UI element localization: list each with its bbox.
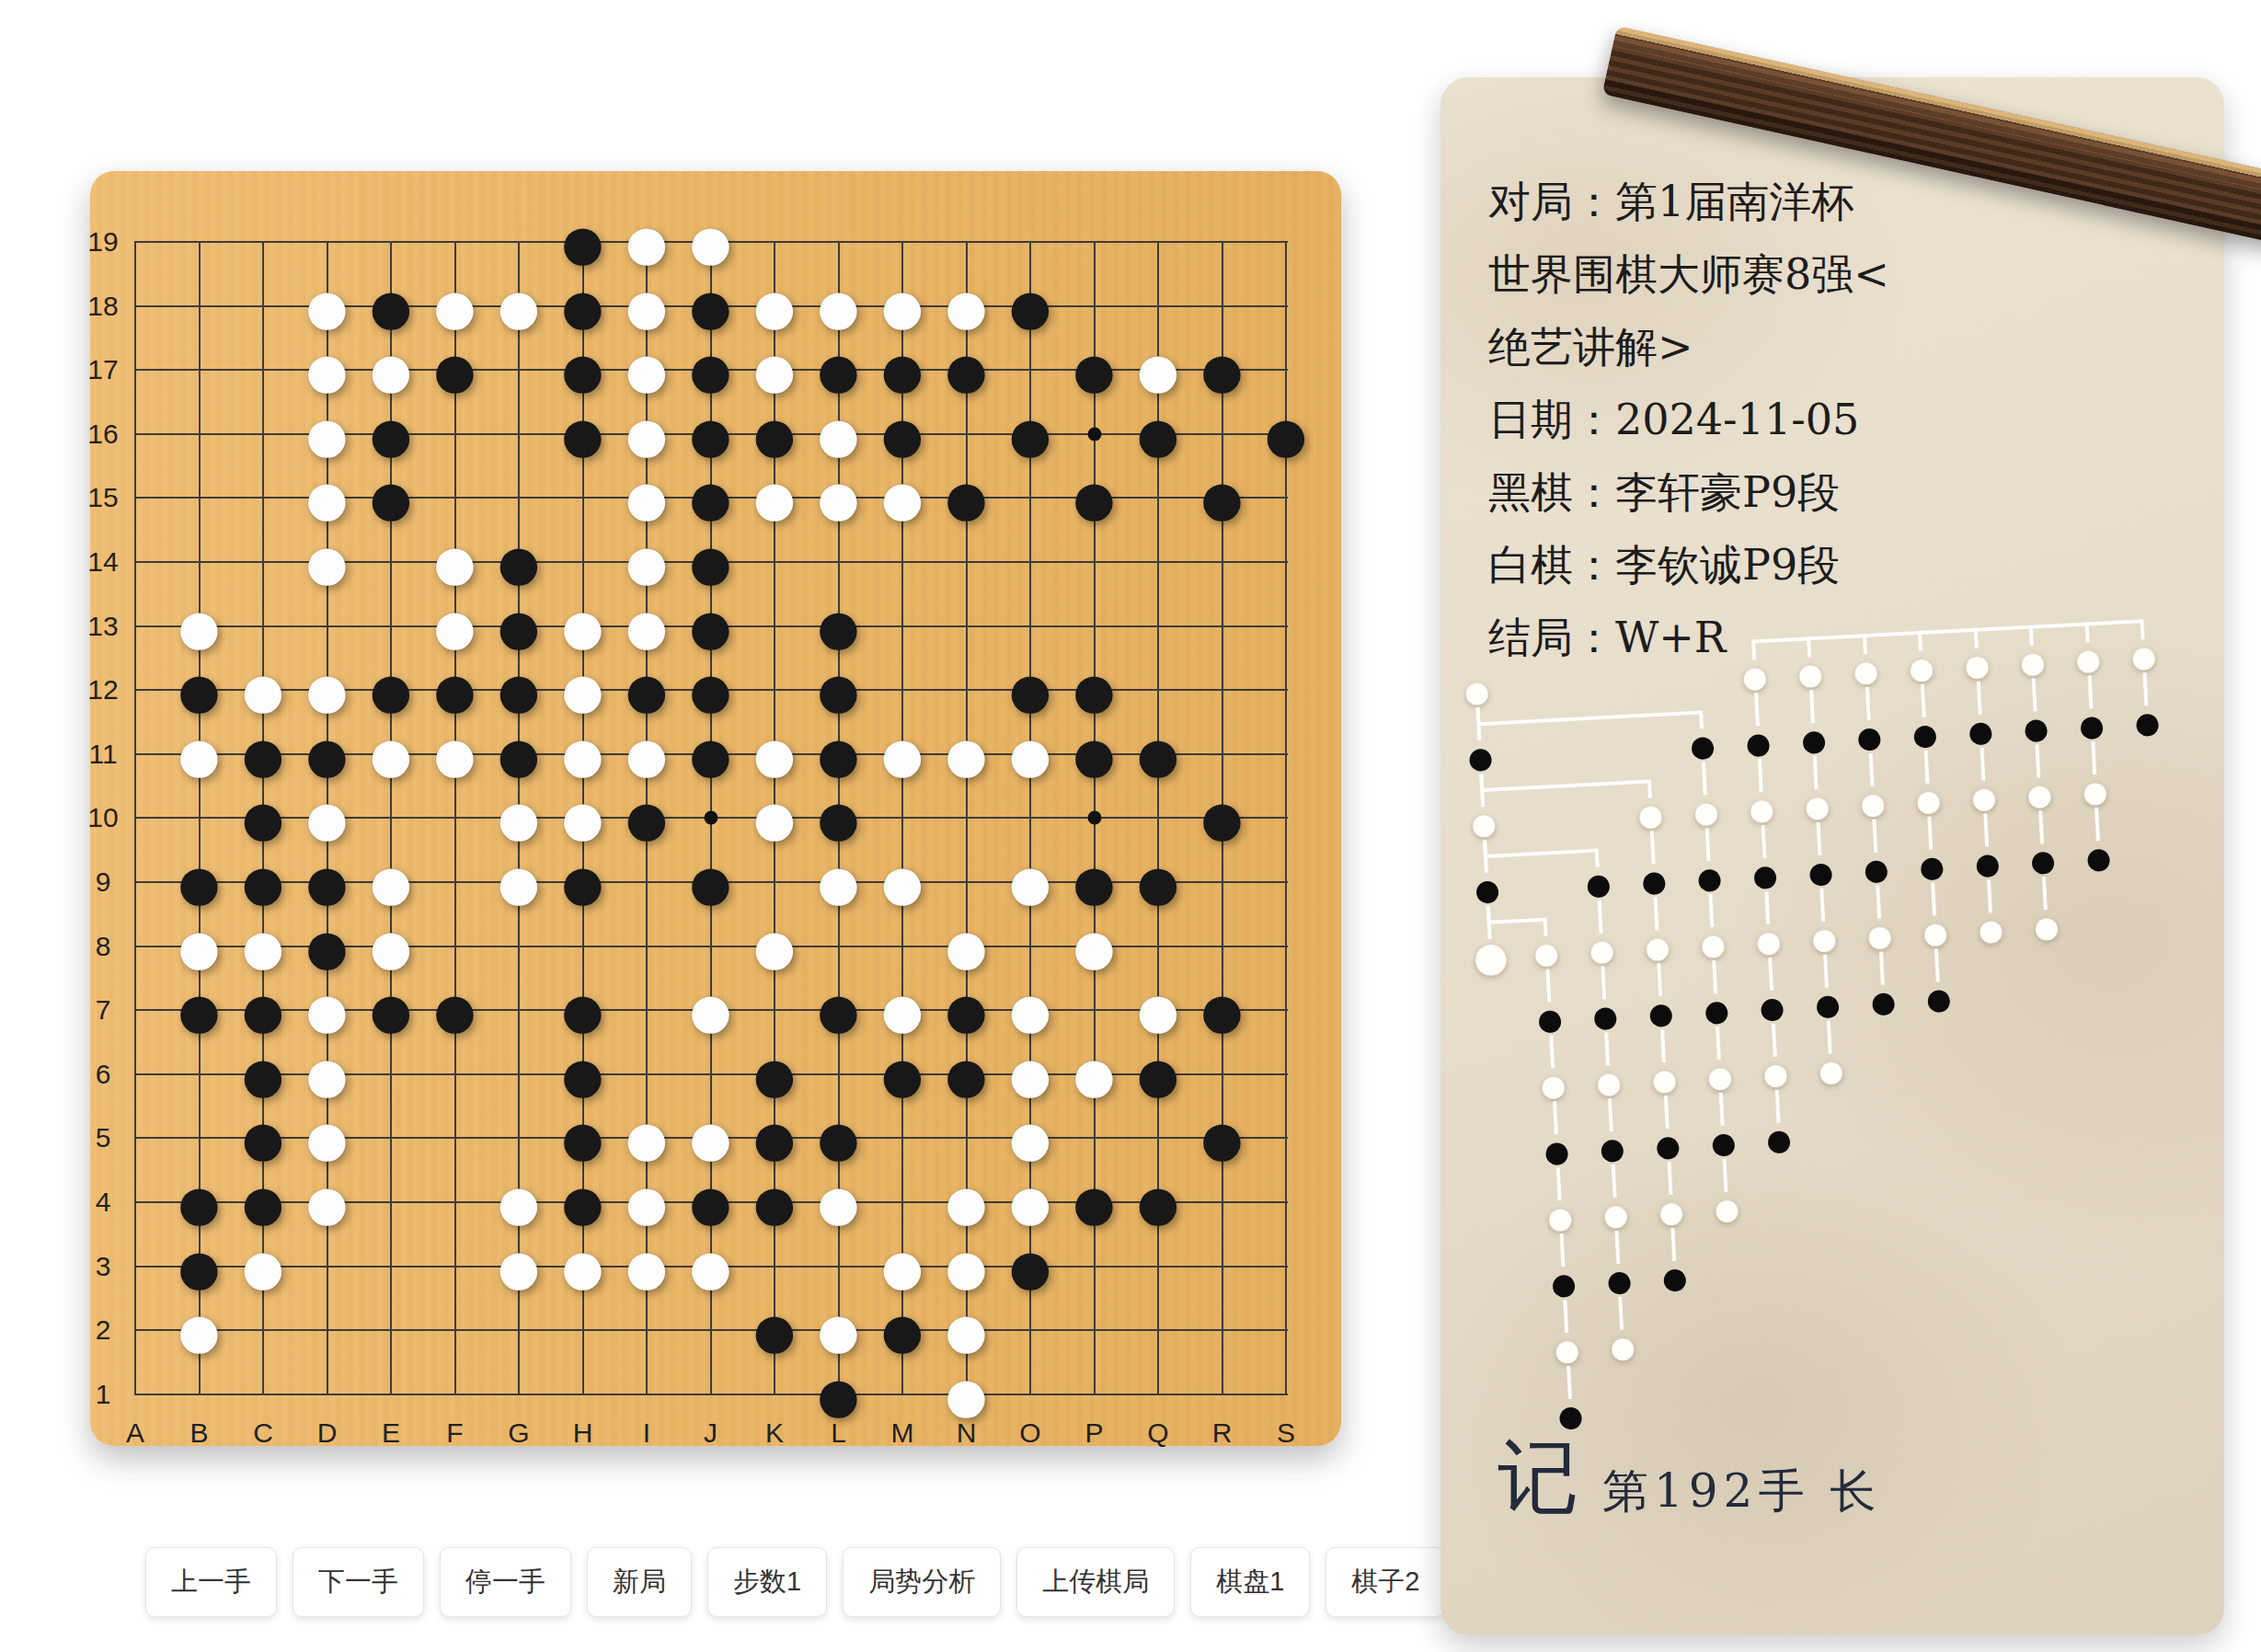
black-stone-J11: ● <box>684 711 737 797</box>
row-label: 17 <box>87 354 118 385</box>
info-line: 黑棋：李轩豪P9段 <box>1488 456 2169 529</box>
hoshi-point <box>1087 427 1101 441</box>
white-stone-L9: ● <box>812 839 865 925</box>
black-stone-Q16: ● <box>1132 391 1185 477</box>
row-label: 9 <box>96 866 111 898</box>
black-stone-M6: ● <box>877 1031 929 1118</box>
tree-connector <box>1475 707 1480 722</box>
black-stone-R10: ● <box>1196 774 1248 861</box>
white-stone-I3: ● <box>621 1223 673 1310</box>
button-下一手[interactable]: 下一手 <box>293 1547 424 1617</box>
white-stone-M11: ● <box>877 711 929 797</box>
tree-connector <box>1486 906 1491 921</box>
white-stone-L4: ● <box>812 1159 865 1245</box>
white-stone-P8: ● <box>1068 903 1120 990</box>
col-label: M <box>891 1417 914 1449</box>
tree-connector <box>1699 710 1704 728</box>
white-stone-M15: ● <box>877 454 929 541</box>
go-app-screen: 19181716151413121110987654321ABCDEFGHIJK… <box>0 0 2261 1652</box>
black-stone-N6: ● <box>940 1031 993 1118</box>
tree-black-node[interactable]: ● <box>1762 1113 1796 1166</box>
black-stone-K4: ● <box>749 1159 801 1245</box>
row-label: 16 <box>87 419 118 450</box>
white-stone-F11: ● <box>429 711 481 797</box>
col-label: F <box>446 1417 463 1449</box>
black-stone-E15: ● <box>365 454 418 541</box>
black-stone-L7: ● <box>812 967 865 1053</box>
black-stone-I10: ● <box>621 774 673 861</box>
black-stone-R15: ● <box>1196 454 1248 541</box>
white-stone-E11: ● <box>365 711 418 797</box>
tree-connector <box>1478 710 1701 726</box>
black-stone-H16: ● <box>557 391 609 477</box>
white-stone-D14: ● <box>301 519 353 605</box>
row-label: 14 <box>87 546 118 578</box>
tree-white-node[interactable]: ● <box>2029 900 2063 953</box>
black-stone-Q9: ● <box>1132 839 1185 925</box>
white-stone-B2: ● <box>173 1287 225 1373</box>
tree-connector <box>1647 779 1651 797</box>
white-stone-G9: ● <box>493 839 545 925</box>
col-label: B <box>189 1417 208 1449</box>
button-局势分析[interactable]: 局势分析 <box>843 1547 1001 1617</box>
tree-white-node[interactable]: ● <box>1467 919 1514 992</box>
button-棋盘1[interactable]: 棋盘1 <box>1190 1547 1310 1617</box>
tree-black-node[interactable]: ● <box>2082 831 2116 884</box>
tree-connector <box>1595 849 1600 867</box>
info-line: 绝艺讲解> <box>1488 311 2169 384</box>
black-stone-J9: ● <box>684 839 737 925</box>
white-stone-L15: ● <box>812 454 865 541</box>
black-stone-Q6: ● <box>1132 1031 1185 1118</box>
info-line: 日期：2024-11-05 <box>1488 384 2169 456</box>
kifu-panel: ●●●●●●●●●●●●●●●●●●●●●●●●●●●●●●●●●●●●●●●●… <box>1440 77 2224 1635</box>
black-stone-P4: ● <box>1068 1159 1120 1245</box>
grid-line-h <box>135 1394 1288 1395</box>
button-上传棋局[interactable]: 上传棋局 <box>1016 1547 1175 1617</box>
black-stone-R17: ● <box>1196 327 1248 413</box>
white-stone-G3: ● <box>493 1223 545 1310</box>
col-label: S <box>1277 1417 1295 1449</box>
white-stone-G18: ● <box>493 263 545 350</box>
info-line: 白棋：李钦诚P9段 <box>1488 529 2169 602</box>
row-label: 10 <box>87 802 118 833</box>
black-stone-O18: ● <box>1004 263 1057 350</box>
black-stone-F17: ● <box>429 327 481 413</box>
tree-connector <box>1482 780 1648 792</box>
game-info: 对局：第1届南洋杯世界围棋大师赛8强<绝艺讲解>日期：2024-11-05黑棋：… <box>1488 166 2169 674</box>
black-stone-K2: ● <box>749 1287 801 1373</box>
move-note: 记 第192手 长 <box>1498 1437 1881 1518</box>
tree-connector <box>1483 840 1487 855</box>
white-stone-B11: ● <box>173 711 225 797</box>
row-label: 13 <box>87 611 118 642</box>
row-label: 19 <box>87 226 118 258</box>
black-stone-L1: ● <box>812 1351 865 1438</box>
row-label: 3 <box>96 1251 111 1282</box>
tree-white-node[interactable]: ● <box>1710 1182 1744 1235</box>
col-label: K <box>765 1417 784 1449</box>
black-stone-R7: ● <box>1196 967 1248 1053</box>
white-stone-D4: ● <box>301 1159 353 1245</box>
white-stone-C3: ● <box>237 1223 290 1310</box>
col-label: I <box>643 1417 650 1449</box>
hoshi-point <box>704 811 717 825</box>
black-stone-B7: ● <box>173 967 225 1053</box>
black-stone-E7: ● <box>365 967 418 1053</box>
tree-black-node[interactable]: ● <box>1658 1251 1692 1304</box>
row-label: 12 <box>87 674 118 706</box>
button-新局[interactable]: 新局 <box>587 1547 692 1617</box>
white-stone-K15: ● <box>749 454 801 541</box>
black-stone-P15: ● <box>1068 454 1120 541</box>
black-stone-F7: ● <box>429 967 481 1053</box>
grid-line-h <box>135 1329 1288 1331</box>
white-stone-K10: ● <box>749 774 801 861</box>
note-record-char: 记 <box>1498 1437 1578 1518</box>
tree-connector <box>1543 918 1547 936</box>
tree-connector <box>1479 774 1484 788</box>
col-label: G <box>508 1417 529 1449</box>
col-label: A <box>126 1417 144 1449</box>
black-stone-N17: ● <box>940 327 993 413</box>
col-label: C <box>253 1417 273 1449</box>
col-label: R <box>1212 1417 1233 1449</box>
button-步数1[interactable]: 步数1 <box>707 1547 827 1617</box>
row-label: 8 <box>96 931 111 962</box>
hoshi-point <box>1087 811 1101 825</box>
row-label: 2 <box>96 1314 111 1346</box>
tree-white-node[interactable]: ● <box>1974 902 2008 956</box>
white-stone-N1: ● <box>940 1351 993 1438</box>
black-stone-P11: ● <box>1068 711 1120 797</box>
row-label: 15 <box>87 482 118 513</box>
tree-white-node[interactable]: ● <box>1814 1044 1848 1097</box>
row-label: 7 <box>96 994 111 1026</box>
white-stone-O11: ● <box>1004 711 1057 797</box>
row-label: 5 <box>96 1122 111 1153</box>
col-label: Q <box>1147 1417 1168 1449</box>
white-stone-P6: ● <box>1068 1031 1120 1118</box>
row-label: 11 <box>88 739 117 770</box>
info-line: 世界围棋大师赛8强< <box>1488 238 2169 311</box>
tree-white-node[interactable]: ● <box>1606 1320 1640 1373</box>
white-stone-K8: ● <box>749 903 801 990</box>
col-label: J <box>704 1417 717 1449</box>
go-board[interactable]: 19181716151413121110987654321ABCDEFGHIJK… <box>90 171 1341 1446</box>
col-label: P <box>1085 1417 1103 1449</box>
white-stone-O9: ● <box>1004 839 1057 925</box>
black-stone-P17: ● <box>1068 327 1120 413</box>
button-棋子2[interactable]: 棋子2 <box>1326 1547 1445 1617</box>
row-label: 6 <box>96 1059 111 1090</box>
tree-black-node[interactable]: ● <box>2130 695 2164 749</box>
black-stone-M2: ● <box>877 1287 929 1373</box>
tree-connector <box>1486 849 1597 858</box>
white-stone-M9: ● <box>877 839 929 925</box>
button-停一手[interactable]: 停一手 <box>440 1547 571 1617</box>
info-line: 结局：W+R <box>1488 602 2169 674</box>
black-stone-R5: ● <box>1196 1095 1248 1181</box>
row-label: 1 <box>96 1379 111 1410</box>
black-stone-O3: ● <box>1004 1223 1057 1310</box>
note-move-text: 第192手 长 <box>1602 1465 1881 1519</box>
col-label: O <box>1019 1417 1040 1449</box>
col-label: D <box>317 1417 338 1449</box>
white-stone-J3: ● <box>684 1223 737 1310</box>
tree-black-node[interactable]: ● <box>1922 972 1956 1026</box>
black-stone-H9: ● <box>557 839 609 925</box>
tree-black-node[interactable]: ● <box>1866 975 1900 1028</box>
row-label: 4 <box>96 1187 111 1218</box>
black-stone-O16: ● <box>1004 391 1057 477</box>
black-stone-Q4: ● <box>1132 1159 1185 1245</box>
black-stone-Q11: ● <box>1132 711 1185 797</box>
white-stone-H3: ● <box>557 1223 609 1310</box>
white-stone-N11: ● <box>940 711 993 797</box>
button-上一手[interactable]: 上一手 <box>145 1547 277 1617</box>
col-label: H <box>573 1417 593 1449</box>
row-label: 18 <box>87 291 118 322</box>
col-label: E <box>382 1417 400 1449</box>
black-stone-S16: ● <box>1260 391 1313 477</box>
black-stone-N15: ● <box>940 454 993 541</box>
white-stone-J7: ● <box>684 967 737 1053</box>
control-bar: 上一手下一手停一手新局步数1局势分析上传棋局棋盘1棋子2 <box>145 1547 1445 1617</box>
